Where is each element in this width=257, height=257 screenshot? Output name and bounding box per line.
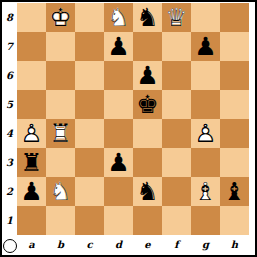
white-knight: ♞ (46, 177, 75, 206)
file-label-d: d (104, 235, 133, 254)
square-h1[interactable] (220, 206, 249, 235)
square-g5[interactable] (191, 90, 220, 119)
rank-label-3: 3 (2, 148, 17, 177)
square-b3[interactable] (46, 148, 75, 177)
square-d1[interactable] (104, 206, 133, 235)
square-a1[interactable] (17, 206, 46, 235)
square-a7[interactable] (17, 32, 46, 61)
square-h5[interactable] (220, 90, 249, 119)
square-h4[interactable] (220, 119, 249, 148)
square-h2[interactable]: ♝ (220, 177, 249, 206)
white-bishop-outline: ♗ (191, 177, 220, 206)
square-b5[interactable] (46, 90, 75, 119)
square-d6[interactable] (104, 61, 133, 90)
square-g1[interactable] (191, 206, 220, 235)
square-b8[interactable]: ♚♔ (46, 3, 75, 32)
square-f8[interactable]: ♛♕ (162, 3, 191, 32)
square-f7[interactable] (162, 32, 191, 61)
black-pawn: ♟ (191, 32, 220, 61)
square-a8[interactable] (17, 3, 46, 32)
square-c8[interactable] (75, 3, 104, 32)
square-h3[interactable] (220, 148, 249, 177)
white-pawn: ♟ (17, 119, 46, 148)
white-knight: ♞ (104, 3, 133, 32)
square-e1[interactable] (133, 206, 162, 235)
square-c3[interactable] (75, 148, 104, 177)
chess-board: ♚♔♞♘♞♛♕♟♟♟♚♟♙♜♖♟♙♜♟♟♞♘♞♝♗♝ (17, 3, 249, 235)
white-to-move-indicator (3, 239, 17, 253)
black-king: ♚ (133, 90, 162, 119)
square-e8[interactable]: ♞ (133, 3, 162, 32)
square-f3[interactable] (162, 148, 191, 177)
white-rook: ♜ (46, 119, 75, 148)
black-knight: ♞ (133, 177, 162, 206)
file-label-b: b (46, 235, 75, 254)
rank-label-6: 6 (2, 61, 17, 90)
rank-label-4: 4 (2, 119, 17, 148)
rank-label-8: 8 (2, 3, 17, 32)
square-d5[interactable] (104, 90, 133, 119)
square-g3[interactable] (191, 148, 220, 177)
black-rook: ♜ (17, 148, 46, 177)
square-a6[interactable] (17, 61, 46, 90)
file-label-e: e (133, 235, 162, 254)
square-e3[interactable] (133, 148, 162, 177)
square-h6[interactable] (220, 61, 249, 90)
white-pawn-outline: ♙ (17, 119, 46, 148)
square-e4[interactable] (133, 119, 162, 148)
square-d7[interactable]: ♟ (104, 32, 133, 61)
square-e2[interactable]: ♞ (133, 177, 162, 206)
square-c2[interactable] (75, 177, 104, 206)
file-label-f: f (162, 235, 191, 254)
square-d8[interactable]: ♞♘ (104, 3, 133, 32)
white-bishop: ♝ (191, 177, 220, 206)
white-king-outline: ♔ (46, 3, 75, 32)
square-d3[interactable]: ♟ (104, 148, 133, 177)
white-queen: ♛ (162, 3, 191, 32)
black-pawn: ♟ (104, 148, 133, 177)
rank-labels: 87654321 (2, 3, 17, 235)
square-g8[interactable] (191, 3, 220, 32)
square-e5[interactable]: ♚ (133, 90, 162, 119)
white-queen-outline: ♕ (162, 3, 191, 32)
file-label-g: g (191, 235, 220, 254)
square-g7[interactable]: ♟ (191, 32, 220, 61)
square-c4[interactable] (75, 119, 104, 148)
square-a3[interactable]: ♜ (17, 148, 46, 177)
square-h7[interactable] (220, 32, 249, 61)
square-e7[interactable] (133, 32, 162, 61)
square-b2[interactable]: ♞♘ (46, 177, 75, 206)
white-knight-outline: ♘ (46, 177, 75, 206)
square-f4[interactable] (162, 119, 191, 148)
square-c6[interactable] (75, 61, 104, 90)
white-pawn-outline: ♙ (191, 119, 220, 148)
square-c5[interactable] (75, 90, 104, 119)
square-a5[interactable] (17, 90, 46, 119)
rank-label-7: 7 (2, 32, 17, 61)
black-knight: ♞ (133, 3, 162, 32)
square-f5[interactable] (162, 90, 191, 119)
square-c1[interactable] (75, 206, 104, 235)
black-pawn: ♟ (104, 32, 133, 61)
square-h8[interactable] (220, 3, 249, 32)
square-e6[interactable]: ♟ (133, 61, 162, 90)
square-a4[interactable]: ♟♙ (17, 119, 46, 148)
white-knight-outline: ♘ (104, 3, 133, 32)
chess-diagram: 87654321 ♚♔♞♘♞♛♕♟♟♟♚♟♙♜♖♟♙♜♟♟♞♘♞♝♗♝ abcd… (0, 0, 257, 257)
square-d2[interactable] (104, 177, 133, 206)
square-g2[interactable]: ♝♗ (191, 177, 220, 206)
square-b7[interactable] (46, 32, 75, 61)
square-d4[interactable] (104, 119, 133, 148)
rank-label-1: 1 (2, 206, 17, 235)
file-label-h: h (220, 235, 249, 254)
square-a2[interactable]: ♟ (17, 177, 46, 206)
black-pawn: ♟ (133, 61, 162, 90)
white-king: ♚ (46, 3, 75, 32)
square-f6[interactable] (162, 61, 191, 90)
square-b4[interactable]: ♜♖ (46, 119, 75, 148)
square-f2[interactable] (162, 177, 191, 206)
square-b1[interactable] (46, 206, 75, 235)
white-rook-outline: ♖ (46, 119, 75, 148)
file-label-c: c (75, 235, 104, 254)
square-b6[interactable] (46, 61, 75, 90)
square-f1[interactable] (162, 206, 191, 235)
square-g6[interactable] (191, 61, 220, 90)
black-pawn: ♟ (17, 177, 46, 206)
square-c7[interactable] (75, 32, 104, 61)
square-g4[interactable]: ♟♙ (191, 119, 220, 148)
black-bishop: ♝ (220, 177, 249, 206)
file-labels: abcdefgh (17, 235, 249, 254)
rank-label-2: 2 (2, 177, 17, 206)
rank-label-5: 5 (2, 90, 17, 119)
white-pawn: ♟ (191, 119, 220, 148)
file-label-a: a (17, 235, 46, 254)
